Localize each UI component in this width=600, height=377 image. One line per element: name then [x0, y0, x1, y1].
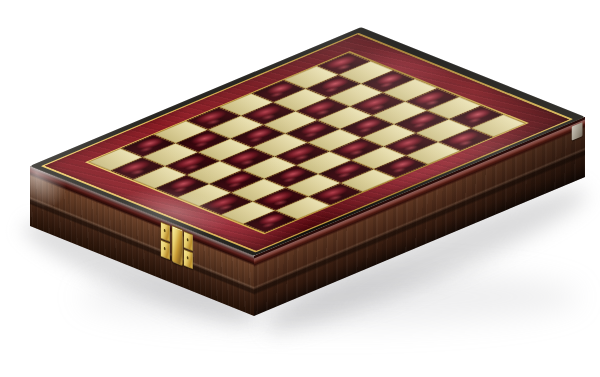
latch-plate: [183, 249, 193, 270]
latch-hasp: [172, 225, 183, 266]
hinge-tab: [572, 122, 583, 141]
product-photo-scene: [0, 0, 600, 377]
latch-plate: [160, 239, 170, 260]
